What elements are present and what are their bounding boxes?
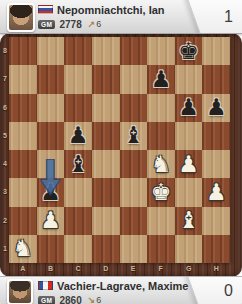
avatar-top-player [7,3,35,32]
square-d6[interactable] [92,94,120,122]
player-bar-bottom: Vachier-Lagrave, Maxime GM 2860 ↘ 6 0 [0,276,242,304]
piece-black-bishop[interactable]: ♝ [68,153,89,176]
square-f1[interactable] [147,235,175,263]
piece-white-knight[interactable]: ♞ [151,153,172,176]
square-g4[interactable]: ♟ [175,150,203,178]
square-b2[interactable]: ♟ [37,207,65,235]
file-label-e: E [131,265,136,272]
square-c8[interactable] [64,37,92,65]
piece-white-pawn[interactable]: ♟ [206,181,227,204]
square-d4[interactable] [92,150,120,178]
square-h1[interactable] [202,235,230,263]
square-f6[interactable] [147,94,175,122]
square-f8[interactable] [147,37,175,65]
avatar-bottom-player [7,279,33,304]
score-panel-top [186,0,242,34]
square-e6[interactable] [120,94,148,122]
arrow-down-right-icon: ↘ [88,295,96,304]
score-bottom: 0 [224,277,233,304]
square-h7[interactable] [202,65,230,93]
rank-label-8: 8 [3,47,7,54]
rating-bottom: 2860 [59,295,81,304]
piece-black-king[interactable]: ♚ [178,40,199,63]
france-flag-icon [38,281,53,290]
piece-black-pawn[interactable]: ♟ [68,124,89,147]
file-label-d: D [103,265,108,272]
square-b7[interactable] [37,65,65,93]
player-bar-top: Nepomniachtchi, Ian GM 2778 ↗ 6 1 [0,0,242,34]
rank-label-2: 2 [3,217,7,224]
square-d3[interactable] [92,178,120,206]
score-panel-bottom [186,276,242,304]
square-a6[interactable] [9,94,37,122]
square-g6[interactable]: ♟ [175,94,203,122]
rating-change-top: 6 [96,19,101,29]
gm-title-badge-bottom: GM [38,296,55,304]
rank-label-1: 1 [3,245,7,252]
square-d2[interactable] [92,207,120,235]
square-d1[interactable] [92,235,120,263]
rank-label-6: 6 [3,104,7,111]
piece-white-pawn[interactable]: ♟ [178,153,199,176]
piece-black-pawn[interactable]: ♟ [206,96,227,119]
square-h4[interactable] [202,150,230,178]
piece-white-pawn[interactable]: ♟ [40,209,61,232]
square-h5[interactable] [202,122,230,150]
square-d8[interactable] [92,37,120,65]
square-e4[interactable] [120,150,148,178]
file-label-h: H [214,265,219,272]
player-name-bottom: Vachier-Lagrave, Maxime [57,280,188,292]
arrow-up-right-icon: ↗ [88,19,96,29]
rating-change-bottom: 6 [96,295,101,304]
piece-black-pawn[interactable]: ♟ [40,181,61,204]
square-c5[interactable]: ♟ [64,122,92,150]
square-e3[interactable] [120,178,148,206]
square-a3[interactable] [9,178,37,206]
rank-label-3: 3 [3,188,7,195]
square-c1[interactable] [64,235,92,263]
square-e5[interactable]: ♝ [120,122,148,150]
square-d7[interactable] [92,65,120,93]
square-c2[interactable] [64,207,92,235]
square-a2[interactable] [9,207,37,235]
square-g1[interactable] [175,235,203,263]
file-label-b: B [48,265,53,272]
square-c6[interactable] [64,94,92,122]
square-g3[interactable] [175,178,203,206]
square-h3[interactable]: ♟ [202,178,230,206]
square-b1[interactable] [37,235,65,263]
square-h8[interactable] [202,37,230,65]
square-a7[interactable] [9,65,37,93]
square-g2[interactable]: ♝ [175,207,203,235]
piece-black-bishop[interactable]: ♝ [123,124,144,147]
player-name-top: Nepomniachtchi, Ian [57,4,165,16]
square-g7[interactable] [175,65,203,93]
rank-label-5: 5 [3,132,7,139]
square-a1[interactable]: ♞ [9,235,37,263]
square-f7[interactable]: ♟ [147,65,175,93]
square-f5[interactable] [147,122,175,150]
square-b4[interactable] [37,150,65,178]
piece-black-pawn[interactable]: ♟ [178,96,199,119]
piece-white-knight[interactable]: ♞ [13,237,34,260]
square-c7[interactable] [64,65,92,93]
square-a8[interactable] [9,37,37,65]
piece-white-bishop[interactable]: ♝ [178,209,199,232]
square-a4[interactable] [9,150,37,178]
square-f3[interactable]: ♚ [147,178,175,206]
square-b5[interactable] [37,122,65,150]
square-g8[interactable]: ♚ [175,37,203,65]
russia-flag-icon [38,5,53,14]
square-b3[interactable]: ♟ [37,178,65,206]
square-f2[interactable] [147,207,175,235]
square-h2[interactable] [202,207,230,235]
board-grid: ♚♟♟♟♟♝♝♞♟♟♚♟♟♝♞ [9,37,230,263]
square-b6[interactable] [37,94,65,122]
square-e2[interactable] [120,207,148,235]
square-a5[interactable] [9,122,37,150]
rank-label-7: 7 [3,75,7,82]
chess-game-widget: Nepomniachtchi, Ian GM 2778 ↗ 6 1 ♚♟♟♟♟♝… [0,0,242,304]
file-label-c: C [76,265,81,272]
piece-black-pawn[interactable]: ♟ [151,68,172,91]
square-c3[interactable] [64,178,92,206]
square-d5[interactable] [92,122,120,150]
square-c4[interactable]: ♝ [64,150,92,178]
file-label-g: G [186,265,191,272]
file-label-f: F [158,265,162,272]
square-b8[interactable] [37,37,65,65]
piece-white-king[interactable]: ♚ [151,181,172,204]
square-e7[interactable] [120,65,148,93]
rating-top: 2778 [59,19,81,30]
file-label-a: A [20,265,25,272]
score-top: 1 [224,0,233,33]
square-f4[interactable]: ♞ [147,150,175,178]
gm-title-badge-top: GM [38,20,55,29]
square-h6[interactable]: ♟ [202,94,230,122]
square-g5[interactable] [175,122,203,150]
square-e1[interactable] [120,235,148,263]
square-e8[interactable] [120,37,148,65]
chess-board: ♚♟♟♟♟♝♝♞♟♟♚♟♟♝♞ ABCDEFGH87654321 [0,33,242,277]
rank-label-4: 4 [3,160,7,167]
